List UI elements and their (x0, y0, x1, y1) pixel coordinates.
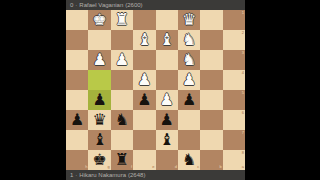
square-g8[interactable]: ♚g (88, 150, 110, 170)
white-pawn-d5: ♟ (156, 90, 178, 110)
square-e2[interactable]: ♝ (133, 30, 155, 50)
square-d8[interactable]: d (156, 150, 178, 170)
square-b6[interactable] (200, 110, 222, 130)
white-pawn-c4: ♟ (178, 70, 200, 90)
rank-coordinate-5: 5 (242, 91, 244, 95)
square-d4[interactable] (156, 70, 178, 90)
file-coordinate-h: h (85, 165, 87, 169)
square-h8[interactable]: h (66, 150, 88, 170)
square-a7[interactable]: 7 (223, 130, 245, 150)
rank-coordinate-3: 3 (242, 51, 244, 55)
square-e7[interactable] (133, 130, 155, 150)
white-king-g1: ♚ (88, 10, 110, 30)
top-player-result: 0 (70, 0, 73, 10)
square-d5[interactable]: ♟ (156, 90, 178, 110)
rank-coordinate-8: 8 (242, 151, 244, 155)
black-pawn-d6: ♟ (156, 110, 178, 130)
square-a2[interactable]: 2 (223, 30, 245, 50)
black-bishop-d7: ♝ (156, 130, 178, 150)
square-a3[interactable]: 3 (223, 50, 245, 70)
top-player-separator: · (75, 0, 77, 10)
square-c5[interactable]: ♟ (178, 90, 200, 110)
square-e1[interactable] (133, 10, 155, 30)
square-g6[interactable]: ♛ (88, 110, 110, 130)
bottom-player-separator: · (75, 170, 77, 180)
square-b2[interactable] (200, 30, 222, 50)
rank-coordinate-7: 7 (242, 131, 244, 135)
square-c1[interactable]: ♛ (178, 10, 200, 30)
square-d7[interactable]: ♝ (156, 130, 178, 150)
top-player-rating: (2600) (125, 0, 142, 10)
square-b4[interactable] (200, 70, 222, 90)
square-f4[interactable] (111, 70, 133, 90)
black-king-g8: ♚ (88, 150, 110, 170)
rank-coordinate-2: 2 (242, 31, 244, 35)
square-h6[interactable]: ♟ (66, 110, 88, 130)
white-bishop-d2: ♝ (156, 30, 178, 50)
square-f8[interactable]: ♜f (111, 150, 133, 170)
square-b3[interactable] (200, 50, 222, 70)
square-g7[interactable]: ♝ (88, 130, 110, 150)
white-queen-c1: ♛ (178, 10, 200, 30)
bottom-player-bar: 1 · Hikaru Nakamura (2648) (66, 170, 245, 180)
square-f6[interactable]: ♞ (111, 110, 133, 130)
square-f3[interactable]: ♟ (111, 50, 133, 70)
rank-coordinate-6: 6 (242, 111, 244, 115)
square-f1[interactable]: ♜ (111, 10, 133, 30)
top-player-name: Rafael Vaganian (79, 0, 123, 10)
square-c3[interactable]: ♞ (178, 50, 200, 70)
top-player-bar: 0 · Rafael Vaganian (2600) (66, 0, 245, 10)
square-g5[interactable]: ♟ (88, 90, 110, 110)
file-coordinate-b: b (219, 165, 221, 169)
square-c2[interactable]: ♞ (178, 30, 200, 50)
square-a8[interactable]: 8a (223, 150, 245, 170)
square-e6[interactable] (133, 110, 155, 130)
white-pawn-e4: ♟ (133, 70, 155, 90)
square-c8[interactable]: ♞c (178, 150, 200, 170)
black-pawn-g5: ♟ (88, 90, 110, 110)
white-pawn-f3: ♟ (111, 50, 133, 70)
black-rook-f8: ♜ (111, 150, 133, 170)
square-e5[interactable]: ♟ (133, 90, 155, 110)
bottom-player-result: 1 (70, 170, 73, 180)
square-h1[interactable] (66, 10, 88, 30)
black-pawn-e5: ♟ (133, 90, 155, 110)
square-d6[interactable]: ♟ (156, 110, 178, 130)
square-b7[interactable] (200, 130, 222, 150)
black-bishop-g7: ♝ (88, 130, 110, 150)
square-g2[interactable] (88, 30, 110, 50)
square-d1[interactable] (156, 10, 178, 30)
square-g1[interactable]: ♚ (88, 10, 110, 30)
video-frame: 0 · Rafael Vaganian (2600) ♚♜♛1♝♝♞2♟♟♞3♟… (0, 0, 320, 180)
square-a5[interactable]: 5 (223, 90, 245, 110)
square-a6[interactable]: 6 (223, 110, 245, 130)
file-coordinate-a: a (242, 165, 244, 169)
white-bishop-e2: ♝ (133, 30, 155, 50)
square-b8[interactable]: b (200, 150, 222, 170)
square-f2[interactable] (111, 30, 133, 50)
square-a1[interactable]: 1 (223, 10, 245, 30)
square-f5[interactable] (111, 90, 133, 110)
square-g4[interactable] (88, 70, 110, 90)
square-c6[interactable] (178, 110, 200, 130)
square-h7[interactable] (66, 130, 88, 150)
square-g3[interactable]: ♟ (88, 50, 110, 70)
square-b1[interactable] (200, 10, 222, 30)
file-coordinate-e: e (152, 165, 154, 169)
content-column: 0 · Rafael Vaganian (2600) ♚♜♛1♝♝♞2♟♟♞3♟… (66, 0, 245, 180)
square-c4[interactable]: ♟ (178, 70, 200, 90)
file-coordinate-d: d (175, 165, 177, 169)
rank-coordinate-4: 4 (242, 71, 244, 75)
rank-coordinate-1: 1 (242, 11, 244, 15)
white-pawn-g3: ♟ (88, 50, 110, 70)
black-knight-c8: ♞ (178, 150, 200, 170)
white-knight-c3: ♞ (178, 50, 200, 70)
square-c7[interactable] (178, 130, 200, 150)
square-h2[interactable] (66, 30, 88, 50)
white-knight-c2: ♞ (178, 30, 200, 50)
square-d2[interactable]: ♝ (156, 30, 178, 50)
black-pawn-c5: ♟ (178, 90, 200, 110)
square-h4[interactable] (66, 70, 88, 90)
square-e4[interactable]: ♟ (133, 70, 155, 90)
square-e3[interactable] (133, 50, 155, 70)
square-b5[interactable] (200, 90, 222, 110)
black-pawn-h6: ♟ (66, 110, 88, 130)
bottom-player-rating: (2648) (128, 170, 145, 180)
black-knight-f6: ♞ (111, 110, 133, 130)
white-rook-f1: ♜ (111, 10, 133, 30)
square-f7[interactable] (111, 130, 133, 150)
square-h3[interactable] (66, 50, 88, 70)
bottom-player-name: Hikaru Nakamura (79, 170, 126, 180)
square-e8[interactable]: e (133, 150, 155, 170)
square-h5[interactable] (66, 90, 88, 110)
chess-board: ♚♜♛1♝♝♞2♟♟♞3♟♟4♟♟♟♟5♟♛♞♟6♝♝7h♚g♜fed♞cb8a (66, 10, 245, 170)
black-queen-g6: ♛ (88, 110, 110, 130)
square-d3[interactable] (156, 50, 178, 70)
square-a4[interactable]: 4 (223, 70, 245, 90)
